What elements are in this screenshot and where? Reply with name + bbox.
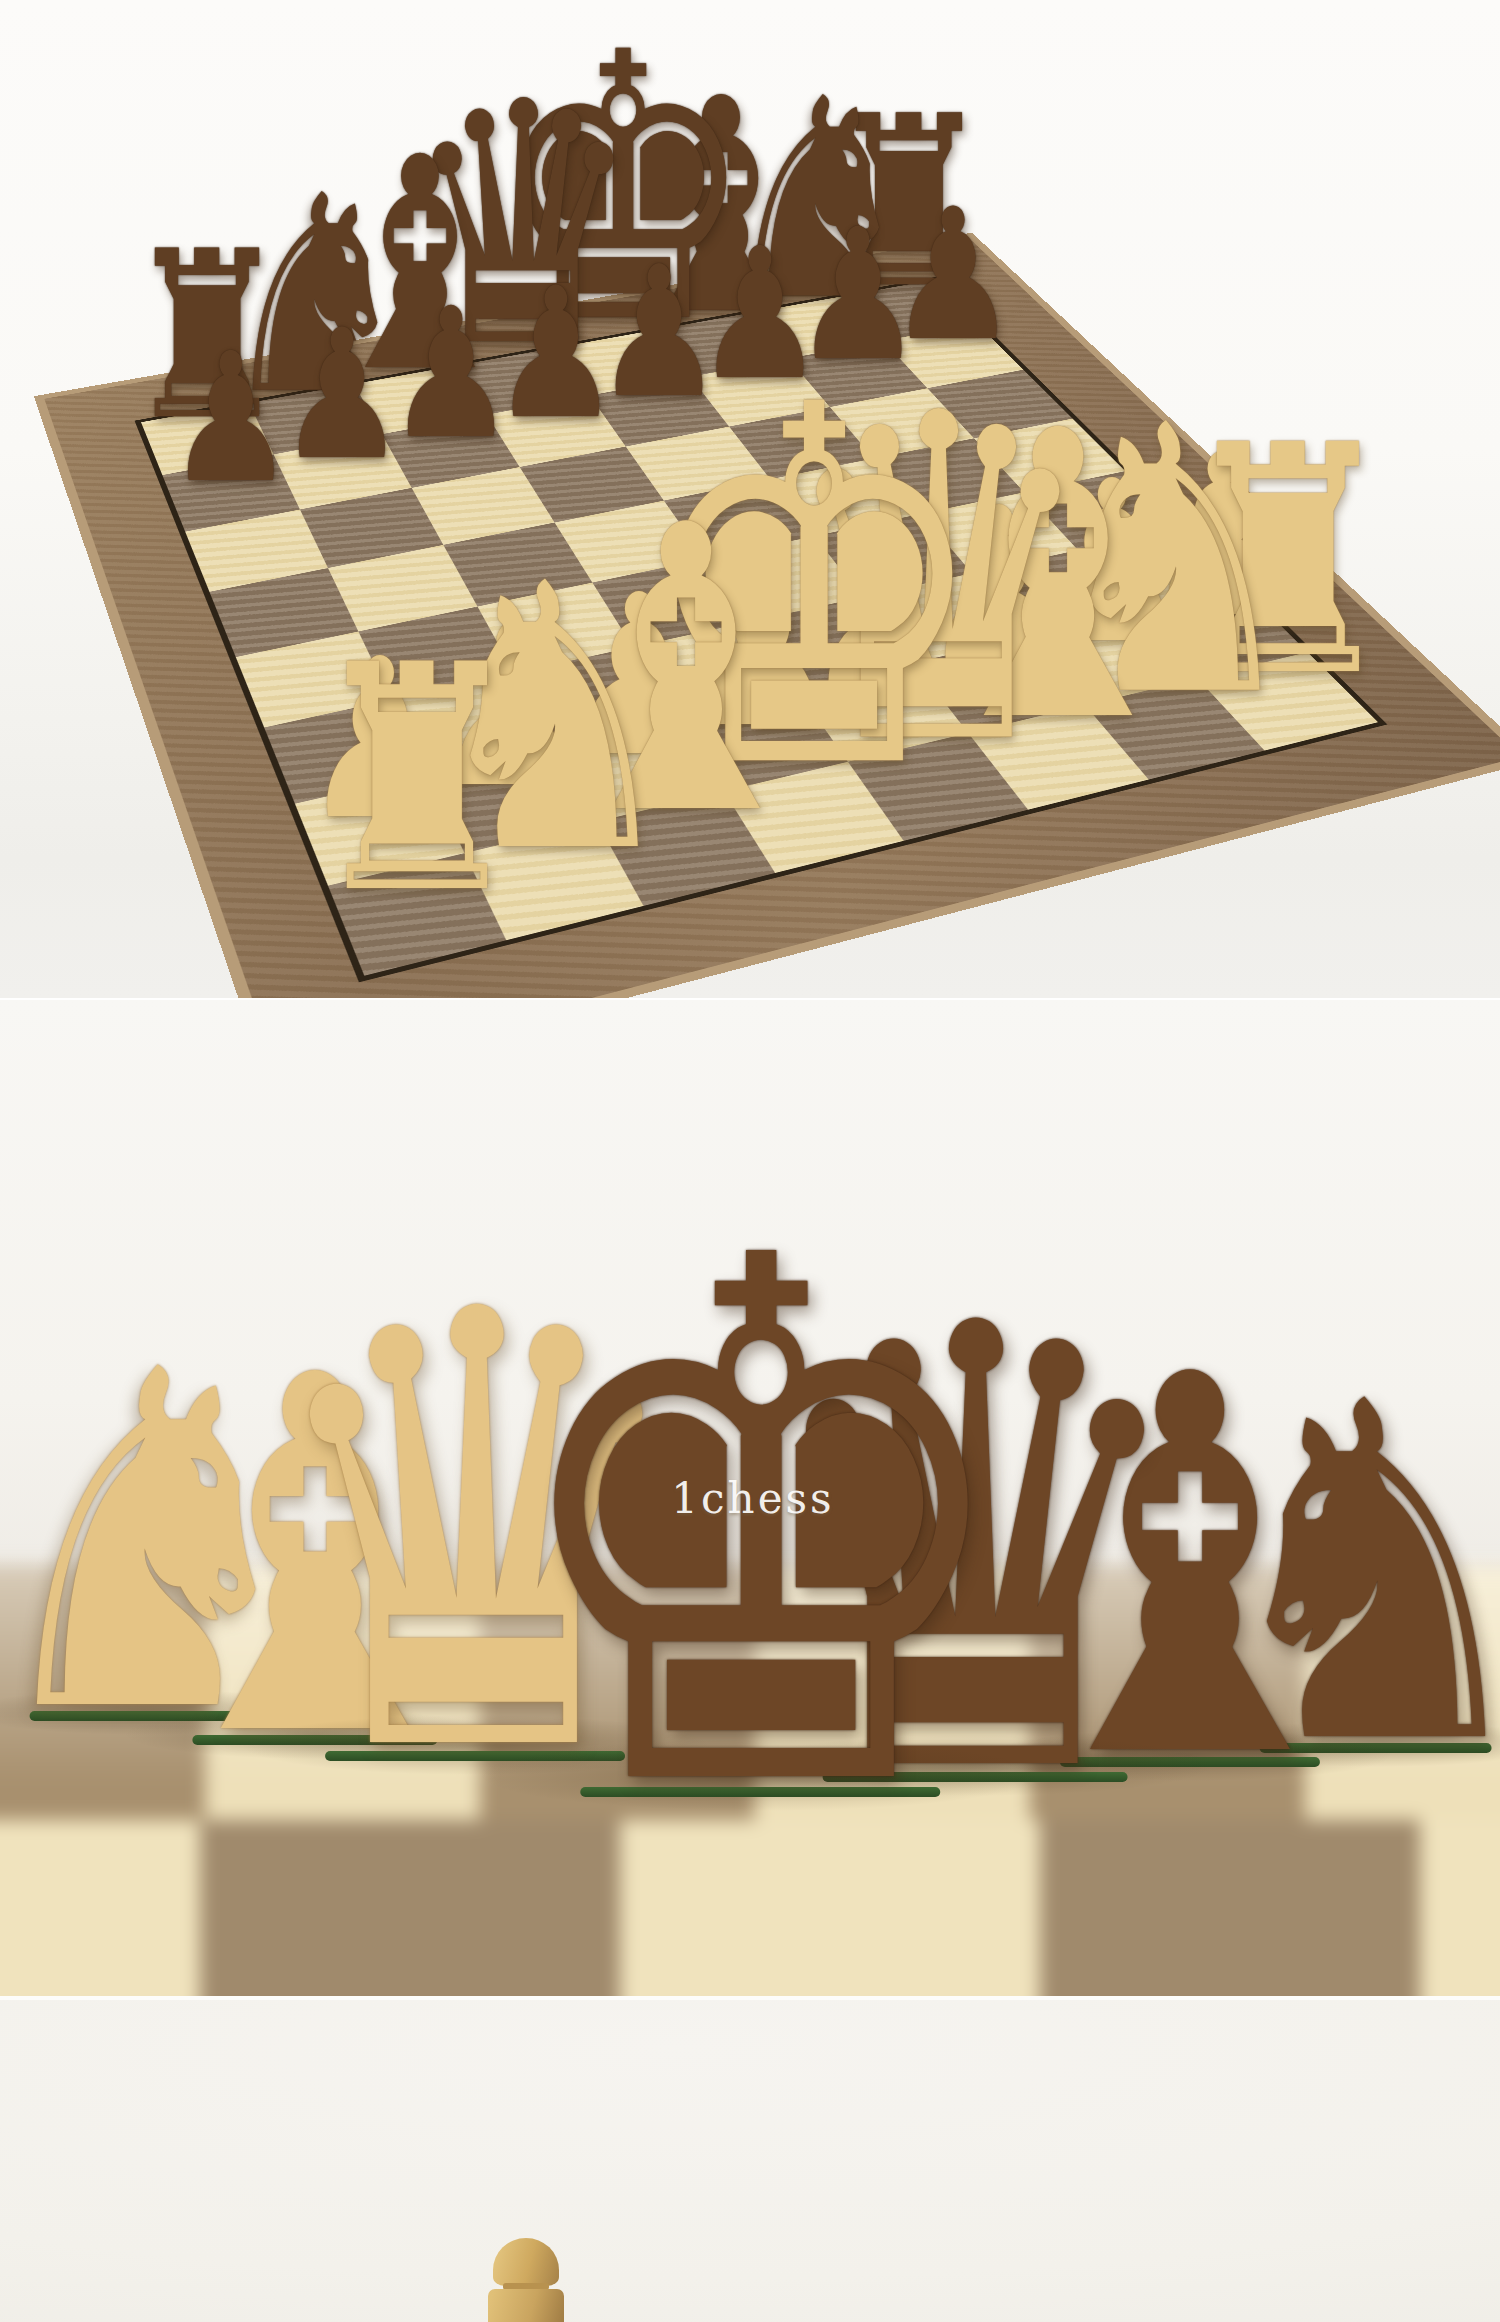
photo-third-partial [0,1996,1500,2322]
chess-board [34,232,1500,998]
blurred-chessboard [0,1566,1500,1996]
finial-dome [493,2238,559,2286]
photo-pieces-closeup: ♞♝♛♚♛♝♞ 1chess [0,998,1500,1996]
watermark: 1chess [671,1474,834,1523]
light-piece-top-finial [488,2238,564,2322]
photo-board-overview: ♜♞♝♛♚♝♞♜♟♟♟♟♟♟♟♟♟♟♟♟♟♟♟♟♜♞♝♚♛♝♞♜ [0,0,1500,998]
board-scene [0,0,1500,998]
blurred-board-sheen [0,1566,1500,1996]
finial-collar-block [488,2289,564,2322]
